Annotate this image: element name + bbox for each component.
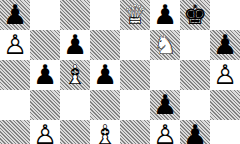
square-h4[interactable]: [210, 90, 240, 120]
square-d7[interactable]: [90, 0, 120, 30]
piece-glyph: ♚: [180, 0, 210, 30]
white-pawn[interactable]: ♟♙: [30, 120, 60, 144]
square-f3[interactable]: ♟♙: [150, 120, 180, 144]
black-pawn[interactable]: ♟: [180, 120, 210, 144]
square-e3[interactable]: [120, 120, 150, 144]
white-pawn[interactable]: ♟♙: [0, 30, 30, 60]
piece-glyph: ♟: [180, 120, 210, 144]
square-b5[interactable]: ♟: [30, 60, 60, 90]
white-pawn[interactable]: ♟♙: [150, 120, 180, 144]
square-f4[interactable]: ♟: [150, 90, 180, 120]
black-pawn[interactable]: ♟: [0, 0, 30, 30]
white-pawn[interactable]: ♟♙: [210, 60, 240, 90]
square-c3[interactable]: [60, 120, 90, 144]
chess-diagram: ♟♛♕♟♚♟♙♟♞♘♟♟♝♗♟♟♙♟♟♙♝♗♟♙♟: [0, 0, 240, 144]
square-e4[interactable]: [120, 90, 150, 120]
square-a3[interactable]: [0, 120, 30, 144]
square-h5[interactable]: ♟♙: [210, 60, 240, 90]
piece-outline-layer: ♕: [120, 0, 150, 30]
square-g7[interactable]: ♚: [180, 0, 210, 30]
square-g3[interactable]: ♟: [180, 120, 210, 144]
white-queen[interactable]: ♛♕: [120, 0, 150, 30]
square-f6[interactable]: ♞♘: [150, 30, 180, 60]
black-pawn[interactable]: ♟: [150, 0, 180, 30]
square-a7[interactable]: ♟: [0, 0, 30, 30]
square-e6[interactable]: [120, 30, 150, 60]
square-d6[interactable]: [90, 30, 120, 60]
piece-outline-layer: ♗: [60, 60, 90, 90]
white-bishop[interactable]: ♝♗: [90, 120, 120, 144]
piece-outline-layer: ♙: [0, 30, 30, 60]
white-knight[interactable]: ♞♘: [150, 30, 180, 60]
piece-glyph: ♟: [0, 0, 30, 30]
piece-outline-layer: ♙: [210, 60, 240, 90]
piece-glyph: ♟: [30, 60, 60, 90]
white-bishop[interactable]: ♝♗: [60, 60, 90, 90]
square-g4[interactable]: [180, 90, 210, 120]
square-e5[interactable]: [120, 60, 150, 90]
square-d3[interactable]: ♝♗: [90, 120, 120, 144]
piece-outline-layer: ♗: [90, 120, 120, 144]
square-a4[interactable]: [0, 90, 30, 120]
square-g5[interactable]: [180, 60, 210, 90]
square-c6[interactable]: ♟: [60, 30, 90, 60]
square-a6[interactable]: ♟♙: [0, 30, 30, 60]
square-b7[interactable]: [30, 0, 60, 30]
piece-outline-layer: ♙: [150, 120, 180, 144]
black-pawn[interactable]: ♟: [60, 30, 90, 60]
square-a5[interactable]: [0, 60, 30, 90]
square-b4[interactable]: [30, 90, 60, 120]
square-f5[interactable]: [150, 60, 180, 90]
piece-glyph: ♟: [210, 30, 240, 60]
piece-glyph: ♟: [150, 0, 180, 30]
square-b6[interactable]: [30, 30, 60, 60]
square-h7[interactable]: [210, 0, 240, 30]
square-f7[interactable]: ♟: [150, 0, 180, 30]
piece-outline-layer: ♘: [150, 30, 180, 60]
black-pawn[interactable]: ♟: [90, 60, 120, 90]
square-g6[interactable]: [180, 30, 210, 60]
square-c7[interactable]: [60, 0, 90, 30]
chess-board: ♟♛♕♟♚♟♙♟♞♘♟♟♝♗♟♟♙♟♟♙♝♗♟♙♟: [0, 0, 240, 144]
black-king[interactable]: ♚: [180, 0, 210, 30]
square-e7[interactable]: ♛♕: [120, 0, 150, 30]
piece-glyph: ♟: [60, 30, 90, 60]
piece-glyph: ♟: [150, 90, 180, 120]
square-c5[interactable]: ♝♗: [60, 60, 90, 90]
square-b3[interactable]: ♟♙: [30, 120, 60, 144]
piece-outline-layer: ♙: [30, 120, 60, 144]
square-h3[interactable]: [210, 120, 240, 144]
black-pawn[interactable]: ♟: [210, 30, 240, 60]
square-c4[interactable]: [60, 90, 90, 120]
square-d5[interactable]: ♟: [90, 60, 120, 90]
square-d4[interactable]: [90, 90, 120, 120]
black-pawn[interactable]: ♟: [150, 90, 180, 120]
black-pawn[interactable]: ♟: [30, 60, 60, 90]
piece-glyph: ♟: [90, 60, 120, 90]
square-h6[interactable]: ♟: [210, 30, 240, 60]
